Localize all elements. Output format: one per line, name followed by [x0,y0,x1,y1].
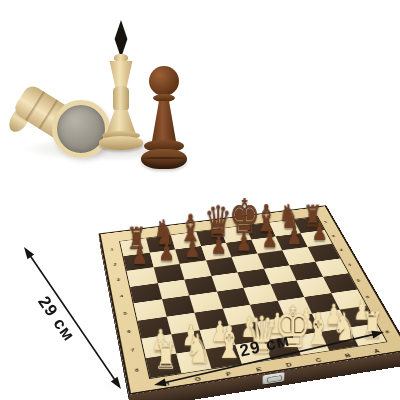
king-black-finial [111,20,131,58]
square-h4 [130,283,162,303]
square-g8: ♞ [176,349,212,373]
square-d5 [243,284,277,304]
depth-dimension-label: 29 см [34,293,79,345]
square-h8: ♜ [146,353,181,378]
square-f2: ♟ [175,246,206,264]
square-b2: ♟ [276,233,308,250]
piece-dark-pawn: ♟ [310,220,329,244]
piece-light-queen: ♛ [245,309,267,360]
piece-light-rook: ♜ [154,338,176,374]
piece-light-rook: ♜ [361,308,382,343]
piece-dark-pawn: ♟ [234,230,253,255]
product-photo: ♜♞♝♛♚♝♞♜♟♟♟♟♟♟♟♟♟♟♟♟♟♟♟♟♜♞♝♛♚♝♞♜ HGFEDCB… [0,0,400,400]
piece-dark-pawn: ♟ [157,239,176,264]
coord-label-5: 5 [115,303,135,323]
display-light-king [98,20,144,156]
square-g2: ♟ [149,249,179,267]
piece-light-knight: ♞ [332,308,354,347]
piece-light-knight: ♞ [185,329,207,369]
piece-dark-pawn: ♟ [209,233,228,258]
piece-light-bishop: ♝ [215,320,237,365]
square-h5 [134,299,166,320]
chessboard: ♜♞♝♛♚♝♞♜♟♟♟♟♟♟♟♟♟♟♟♟♟♟♟♟♜♞♝♛♚♝♞♜ HGFEDCB… [99,205,400,395]
square-g3 [153,264,184,283]
piece-dark-pawn: ♟ [260,226,279,251]
piece-dark-pawn: ♟ [130,243,149,268]
chessboard-scene: ♜♞♝♛♚♝♞♜♟♟♟♟♟♟♟♟♟♟♟♟♟♟♟♟♜♞♝♛♚♝♞♜ HGFEDCB… [112,158,370,400]
piece-dark-pawn: ♟ [183,236,202,261]
piece-dark-pawn: ♟ [285,223,304,247]
